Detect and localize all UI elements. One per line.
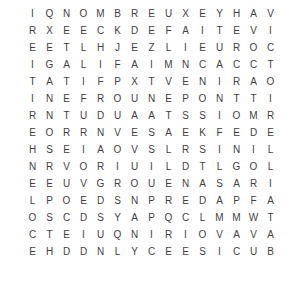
grid-cell-r10c9[interactable]: L (160, 158, 177, 175)
grid-cell-r4c5[interactable]: I (92, 56, 109, 73)
grid-cell-r1c4[interactable]: O (75, 5, 92, 22)
grid-cell-r12c1[interactable]: L (24, 192, 41, 209)
grid-cell-r15c1[interactable]: E (24, 243, 41, 260)
grid-cell-r8c9[interactable]: A (160, 124, 177, 141)
grid-cell-r5c4[interactable]: I (75, 73, 92, 90)
grid-cell-r8c15[interactable]: E (262, 124, 279, 141)
grid-cell-r7c10[interactable]: S (177, 107, 194, 124)
grid-cell-r11c10[interactable]: N (177, 175, 194, 192)
grid-cell-r9c2[interactable]: S (41, 141, 58, 158)
grid-cell-r11c8[interactable]: U (143, 175, 160, 192)
grid-cell-r2c13[interactable]: E (228, 22, 245, 39)
grid-cell-r2c3[interactable]: E (58, 22, 75, 39)
grid-cell-r1c6[interactable]: B (109, 5, 126, 22)
grid-cell-r6c3[interactable]: E (58, 90, 75, 107)
word-search-grid: IQNOMBREUXEYHAVRXEECKDEFAITEVIEETLHJEZLI… (24, 5, 279, 260)
grid-cell-r3c5[interactable]: H (92, 39, 109, 56)
grid-cell-r14c2[interactable]: T (41, 226, 58, 243)
grid-cell-r7c3[interactable]: T (58, 107, 75, 124)
grid-cell-r10c4[interactable]: O (75, 158, 92, 175)
grid-cell-r5c5[interactable]: F (92, 73, 109, 90)
grid-cell-r3c8[interactable]: Z (143, 39, 160, 56)
grid-cell-r10c7[interactable]: U (126, 158, 143, 175)
grid-cell-r14c9[interactable]: R (160, 226, 177, 243)
grid-cell-r2c4[interactable]: E (75, 22, 92, 39)
grid-cell-r10c10[interactable]: D (177, 158, 194, 175)
grid-cell-r8c2[interactable]: O (41, 124, 58, 141)
grid-cell-r14c12[interactable]: V (211, 226, 228, 243)
grid-cell-r7c12[interactable]: I (211, 107, 228, 124)
grid-cell-r15c3[interactable]: D (58, 243, 75, 260)
grid-cell-r11c2[interactable]: E (41, 175, 58, 192)
grid-cell-r9c6[interactable]: O (109, 141, 126, 158)
grid-cell-r9c11[interactable]: S (194, 141, 211, 158)
grid-cell-r7c4[interactable]: U (75, 107, 92, 124)
grid-cell-r7c9[interactable]: T (160, 107, 177, 124)
grid-cell-r4c9[interactable]: M (160, 56, 177, 73)
grid-cell-r15c14[interactable]: U (245, 243, 262, 260)
grid-cell-r11c11[interactable]: A (194, 175, 211, 192)
grid-cell-r5c8[interactable]: T (143, 73, 160, 90)
grid-cell-r12c13[interactable]: P (228, 192, 245, 209)
grid-cell-r3c11[interactable]: E (194, 39, 211, 56)
grid-cell-r2c14[interactable]: V (245, 22, 262, 39)
grid-cell-r4c6[interactable]: F (109, 56, 126, 73)
grid-cell-r8c3[interactable]: R (58, 124, 75, 141)
grid-cell-r15c9[interactable]: E (160, 243, 177, 260)
grid-cell-r9c12[interactable]: I (211, 141, 228, 158)
grid-cell-r5c14[interactable]: A (245, 73, 262, 90)
grid-cell-r6c5[interactable]: R (92, 90, 109, 107)
grid-cell-r11c15[interactable]: I (262, 175, 279, 192)
grid-cell-r3c3[interactable]: T (58, 39, 75, 56)
grid-cell-r15c5[interactable]: N (92, 243, 109, 260)
grid-cell-r15c7[interactable]: Y (126, 243, 143, 260)
grid-cell-r7c2[interactable]: N (41, 107, 58, 124)
grid-cell-r5c2[interactable]: A (41, 73, 58, 90)
grid-cell-r11c9[interactable]: E (160, 175, 177, 192)
grid-cell-r5c1[interactable]: T (24, 73, 41, 90)
grid-cell-r10c3[interactable]: V (58, 158, 75, 175)
grid-cell-r6c12[interactable]: N (211, 90, 228, 107)
grid-cell-r2c15[interactable]: I (262, 22, 279, 39)
grid-cell-r10c2[interactable]: R (41, 158, 58, 175)
grid-cell-r9c3[interactable]: E (58, 141, 75, 158)
grid-cell-r7c5[interactable]: D (92, 107, 109, 124)
grid-cell-r1c13[interactable]: H (228, 5, 245, 22)
grid-cell-r4c3[interactable]: A (58, 56, 75, 73)
grid-cell-r4c1[interactable]: I (24, 56, 41, 73)
grid-cell-r6c14[interactable]: T (245, 90, 262, 107)
grid-cell-r1c9[interactable]: U (160, 5, 177, 22)
grid-cell-r14c13[interactable]: A (228, 226, 245, 243)
grid-cell-r2c9[interactable]: F (160, 22, 177, 39)
grid-cell-r12c7[interactable]: N (126, 192, 143, 209)
grid-cell-r13c11[interactable]: L (194, 209, 211, 226)
grid-cell-r2c6[interactable]: K (109, 22, 126, 39)
grid-cell-r13c10[interactable]: C (177, 209, 194, 226)
grid-cell-r8c12[interactable]: F (211, 124, 228, 141)
grid-cell-r13c14[interactable]: W (245, 209, 262, 226)
grid-cell-r13c8[interactable]: P (143, 209, 160, 226)
grid-cell-r8c8[interactable]: S (143, 124, 160, 141)
grid-cell-r1c3[interactable]: N (58, 5, 75, 22)
grid-cell-r11c4[interactable]: V (75, 175, 92, 192)
grid-cell-r9c10[interactable]: R (177, 141, 194, 158)
grid-cell-r1c1[interactable]: I (24, 5, 41, 22)
grid-cell-r13c13[interactable]: M (228, 209, 245, 226)
grid-cell-r9c4[interactable]: I (75, 141, 92, 158)
grid-cell-r13c9[interactable]: Q (160, 209, 177, 226)
grid-cell-r10c15[interactable]: L (262, 158, 279, 175)
grid-cell-r12c11[interactable]: D (194, 192, 211, 209)
grid-cell-r10c1[interactable]: N (24, 158, 41, 175)
grid-cell-r12c14[interactable]: F (245, 192, 262, 209)
grid-cell-r10c11[interactable]: T (194, 158, 211, 175)
grid-cell-r14c8[interactable]: I (143, 226, 160, 243)
grid-cell-r5c10[interactable]: E (177, 73, 194, 90)
grid-cell-r7c14[interactable]: M (245, 107, 262, 124)
grid-cell-r4c2[interactable]: G (41, 56, 58, 73)
grid-cell-r5c9[interactable]: V (160, 73, 177, 90)
grid-cell-r3c13[interactable]: R (228, 39, 245, 56)
grid-cell-r7c15[interactable]: R (262, 107, 279, 124)
grid-cell-r6c4[interactable]: F (75, 90, 92, 107)
grid-cell-r11c6[interactable]: R (109, 175, 126, 192)
grid-cell-r13c4[interactable]: D (75, 209, 92, 226)
grid-cell-r2c11[interactable]: I (194, 22, 211, 39)
grid-cell-r15c2[interactable]: H (41, 243, 58, 260)
grid-cell-r3c4[interactable]: L (75, 39, 92, 56)
grid-cell-r13c2[interactable]: S (41, 209, 58, 226)
grid-cell-r1c7[interactable]: R (126, 5, 143, 22)
grid-cell-r2c8[interactable]: E (143, 22, 160, 39)
grid-cell-r12c10[interactable]: E (177, 192, 194, 209)
grid-cell-r1c5[interactable]: M (92, 5, 109, 22)
grid-cell-r14c6[interactable]: Q (109, 226, 126, 243)
grid-cell-r4c13[interactable]: C (228, 56, 245, 73)
grid-cell-r7c13[interactable]: O (228, 107, 245, 124)
grid-cell-r3c2[interactable]: E (41, 39, 58, 56)
grid-cell-r6c1[interactable]: I (24, 90, 41, 107)
grid-cell-r9c15[interactable]: L (262, 141, 279, 158)
grid-cell-r11c12[interactable]: S (211, 175, 228, 192)
grid-cell-r7c1[interactable]: R (24, 107, 41, 124)
grid-cell-r12c2[interactable]: P (41, 192, 58, 209)
grid-cell-r15c13[interactable]: C (228, 243, 245, 260)
grid-cell-r14c4[interactable]: I (75, 226, 92, 243)
grid-cell-r15c6[interactable]: L (109, 243, 126, 260)
grid-cell-r12c6[interactable]: S (109, 192, 126, 209)
grid-cell-r12c8[interactable]: P (143, 192, 160, 209)
grid-cell-r12c12[interactable]: A (211, 192, 228, 209)
grid-cell-r14c7[interactable]: N (126, 226, 143, 243)
grid-cell-r1c11[interactable]: E (194, 5, 211, 22)
grid-cell-r10c14[interactable]: O (245, 158, 262, 175)
grid-cell-r9c14[interactable]: I (245, 141, 262, 158)
grid-cell-r7c7[interactable]: A (126, 107, 143, 124)
grid-cell-r6c2[interactable]: N (41, 90, 58, 107)
grid-cell-r8c11[interactable]: K (194, 124, 211, 141)
grid-cell-r8c6[interactable]: V (109, 124, 126, 141)
grid-cell-r15c12[interactable]: I (211, 243, 228, 260)
grid-cell-r11c5[interactable]: G (92, 175, 109, 192)
grid-cell-r3c14[interactable]: O (245, 39, 262, 56)
grid-cell-r14c11[interactable]: O (194, 226, 211, 243)
grid-cell-r14c10[interactable]: I (177, 226, 194, 243)
grid-cell-r9c7[interactable]: V (126, 141, 143, 158)
grid-cell-r4c12[interactable]: A (211, 56, 228, 73)
grid-cell-r12c9[interactable]: R (160, 192, 177, 209)
grid-cell-r13c7[interactable]: A (126, 209, 143, 226)
grid-cell-r15c15[interactable]: B (262, 243, 279, 260)
grid-cell-r12c5[interactable]: D (92, 192, 109, 209)
grid-cell-r13c3[interactable]: C (58, 209, 75, 226)
grid-cell-r1c12[interactable]: Y (211, 5, 228, 22)
grid-cell-r13c5[interactable]: S (92, 209, 109, 226)
grid-cell-r4c11[interactable]: C (194, 56, 211, 73)
grid-cell-r9c1[interactable]: H (24, 141, 41, 158)
grid-cell-r11c3[interactable]: U (58, 175, 75, 192)
grid-cell-r13c12[interactable]: M (211, 209, 228, 226)
grid-cell-r8c7[interactable]: E (126, 124, 143, 141)
grid-cell-r11c13[interactable]: A (228, 175, 245, 192)
grid-cell-r5c6[interactable]: P (109, 73, 126, 90)
grid-cell-r10c13[interactable]: G (228, 158, 245, 175)
grid-cell-r9c5[interactable]: A (92, 141, 109, 158)
grid-cell-r11c7[interactable]: O (126, 175, 143, 192)
grid-cell-r2c10[interactable]: A (177, 22, 194, 39)
grid-cell-r12c3[interactable]: O (58, 192, 75, 209)
grid-cell-r2c1[interactable]: R (24, 22, 41, 39)
grid-cell-r8c1[interactable]: E (24, 124, 41, 141)
grid-cell-r10c12[interactable]: L (211, 158, 228, 175)
grid-cell-r4c10[interactable]: N (177, 56, 194, 73)
grid-cell-r1c2[interactable]: Q (41, 5, 58, 22)
grid-cell-r5c3[interactable]: T (58, 73, 75, 90)
grid-cell-r8c14[interactable]: D (245, 124, 262, 141)
grid-cell-r6c15[interactable]: I (262, 90, 279, 107)
grid-cell-r1c14[interactable]: A (245, 5, 262, 22)
grid-cell-r2c12[interactable]: T (211, 22, 228, 39)
grid-cell-r8c4[interactable]: R (75, 124, 92, 141)
word-search-page: IQNOMBREUXEYHAVRXEECKDEFAITEVIEETLHJEZLI… (0, 0, 300, 300)
grid-cell-r1c8[interactable]: E (143, 5, 160, 22)
grid-cell-r4c8[interactable]: I (143, 56, 160, 73)
grid-cell-r11c14[interactable]: R (245, 175, 262, 192)
grid-cell-r5c13[interactable]: R (228, 73, 245, 90)
grid-cell-r5c12[interactable]: I (211, 73, 228, 90)
grid-cell-r13c1[interactable]: O (24, 209, 41, 226)
grid-cell-r10c6[interactable]: I (109, 158, 126, 175)
grid-cell-r9c8[interactable]: S (143, 141, 160, 158)
grid-cell-r14c5[interactable]: U (92, 226, 109, 243)
grid-cell-r4c4[interactable]: L (75, 56, 92, 73)
grid-cell-r3c1[interactable]: E (24, 39, 41, 56)
grid-cell-r5c7[interactable]: X (126, 73, 143, 90)
grid-cell-r1c10[interactable]: X (177, 5, 194, 22)
grid-cell-r14c1[interactable]: C (24, 226, 41, 243)
grid-cell-r14c15[interactable]: A (262, 226, 279, 243)
grid-cell-r4c14[interactable]: C (245, 56, 262, 73)
grid-cell-r3c6[interactable]: J (109, 39, 126, 56)
grid-cell-r4c15[interactable]: T (262, 56, 279, 73)
grid-cell-r2c7[interactable]: D (126, 22, 143, 39)
grid-cell-r6c9[interactable]: E (160, 90, 177, 107)
grid-cell-r13c15[interactable]: T (262, 209, 279, 226)
grid-cell-r11c1[interactable]: E (24, 175, 41, 192)
grid-cell-r10c5[interactable]: R (92, 158, 109, 175)
grid-cell-r6c10[interactable]: P (177, 90, 194, 107)
grid-cell-r14c3[interactable]: E (58, 226, 75, 243)
grid-cell-r7c11[interactable]: S (194, 107, 211, 124)
grid-cell-r1c15[interactable]: V (262, 5, 279, 22)
grid-cell-r13c6[interactable]: Y (109, 209, 126, 226)
grid-cell-r12c4[interactable]: E (75, 192, 92, 209)
grid-cell-r8c5[interactable]: N (92, 124, 109, 141)
grid-cell-r3c9[interactable]: L (160, 39, 177, 56)
grid-cell-r6c7[interactable]: U (126, 90, 143, 107)
grid-cell-r15c10[interactable]: E (177, 243, 194, 260)
grid-cell-r10c8[interactable]: I (143, 158, 160, 175)
grid-cell-r7c6[interactable]: U (109, 107, 126, 124)
grid-cell-r9c13[interactable]: N (228, 141, 245, 158)
grid-cell-r3c15[interactable]: C (262, 39, 279, 56)
grid-cell-r3c10[interactable]: I (177, 39, 194, 56)
grid-cell-r3c12[interactable]: U (211, 39, 228, 56)
grid-cell-r12c15[interactable]: A (262, 192, 279, 209)
grid-cell-r14c14[interactable]: V (245, 226, 262, 243)
grid-cell-r2c2[interactable]: X (41, 22, 58, 39)
grid-cell-r9c9[interactable]: L (160, 141, 177, 158)
grid-cell-r6c13[interactable]: T (228, 90, 245, 107)
grid-cell-r6c6[interactable]: O (109, 90, 126, 107)
grid-cell-r15c4[interactable]: D (75, 243, 92, 260)
grid-cell-r6c11[interactable]: O (194, 90, 211, 107)
grid-cell-r8c10[interactable]: E (177, 124, 194, 141)
grid-cell-r3c7[interactable]: E (126, 39, 143, 56)
grid-cell-r5c15[interactable]: O (262, 73, 279, 90)
grid-cell-r15c11[interactable]: S (194, 243, 211, 260)
grid-cell-r7c8[interactable]: A (143, 107, 160, 124)
grid-cell-r2c5[interactable]: C (92, 22, 109, 39)
grid-cell-r15c8[interactable]: C (143, 243, 160, 260)
grid-cell-r4c7[interactable]: A (126, 56, 143, 73)
grid-cell-r5c11[interactable]: N (194, 73, 211, 90)
grid-cell-r8c13[interactable]: E (228, 124, 245, 141)
grid-cell-r6c8[interactable]: N (143, 90, 160, 107)
